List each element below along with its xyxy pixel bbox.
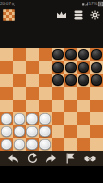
black-piece-g6[interactable]	[78, 74, 89, 85]
square-a3[interactable]	[0, 112, 13, 125]
square-b1[interactable]	[13, 138, 26, 151]
black-piece-e6[interactable]	[52, 74, 63, 85]
square-c3[interactable]	[26, 112, 39, 125]
white-piece-a2[interactable]	[1, 126, 12, 137]
signal-icon	[85, 2, 88, 5]
square-f7[interactable]	[64, 61, 77, 74]
white-piece-a1[interactable]	[1, 139, 12, 150]
square-f6[interactable]	[64, 74, 77, 87]
black-piece-h6[interactable]	[91, 74, 102, 85]
pieces-stack-icon	[74, 10, 83, 20]
square-e4[interactable]	[52, 100, 65, 113]
silent-icon	[82, 2, 84, 4]
square-g5[interactable]	[77, 87, 90, 100]
restart-icon	[27, 153, 38, 164]
square-d2[interactable]	[39, 125, 52, 138]
square-a5[interactable]	[0, 87, 13, 100]
app-board-icon	[3, 9, 15, 21]
square-a6[interactable]	[0, 74, 13, 87]
crown-icon	[56, 10, 67, 19]
square-a8[interactable]	[0, 48, 13, 61]
draw-handshake-icon	[84, 155, 96, 163]
square-f8[interactable]	[64, 48, 77, 61]
black-piece-g7[interactable]	[78, 62, 89, 73]
square-b4[interactable]	[13, 100, 26, 113]
undo-icon	[7, 154, 19, 164]
square-a2[interactable]	[0, 125, 13, 138]
square-c8[interactable]	[26, 48, 39, 61]
app-bar	[0, 7, 103, 22]
square-d8[interactable]	[39, 48, 52, 61]
square-c7[interactable]	[26, 61, 39, 74]
white-piece-c2[interactable]	[26, 126, 37, 137]
square-h6[interactable]	[90, 74, 103, 87]
square-c4[interactable]	[26, 100, 39, 113]
square-b7[interactable]	[13, 61, 26, 74]
square-g4[interactable]	[77, 100, 90, 113]
black-piece-f8[interactable]	[65, 49, 76, 60]
square-g1[interactable]	[77, 138, 90, 151]
square-h5[interactable]	[90, 87, 103, 100]
square-e8[interactable]	[52, 48, 65, 61]
square-e7[interactable]	[52, 61, 65, 74]
square-c5[interactable]	[26, 87, 39, 100]
white-piece-b3[interactable]	[14, 113, 25, 124]
square-b3[interactable]	[13, 112, 26, 125]
resign-flag-icon	[66, 153, 75, 164]
restart-button[interactable]	[25, 152, 39, 165]
square-h2[interactable]	[90, 125, 103, 138]
square-f1[interactable]	[64, 138, 77, 151]
white-piece-a3[interactable]	[1, 113, 12, 124]
square-e3[interactable]	[52, 112, 65, 125]
square-g2[interactable]	[77, 125, 90, 138]
black-piece-h8[interactable]	[91, 49, 102, 60]
white-piece-c3[interactable]	[26, 113, 37, 124]
app-screen: 20:07 57%	[0, 0, 103, 183]
undo-button[interactable]	[6, 152, 20, 165]
square-g3[interactable]	[77, 112, 90, 125]
square-b2[interactable]	[13, 125, 26, 138]
square-e5[interactable]	[52, 87, 65, 100]
settings-gear-icon	[90, 10, 100, 20]
black-piece-f6[interactable]	[65, 74, 76, 85]
board-top-margin	[0, 22, 103, 48]
crown-button[interactable]	[56, 10, 67, 19]
black-piece-g8[interactable]	[78, 49, 89, 60]
square-f3[interactable]	[64, 112, 77, 125]
square-e6[interactable]	[52, 74, 65, 87]
white-piece-c1[interactable]	[26, 139, 37, 150]
square-h4[interactable]	[90, 100, 103, 113]
board	[0, 48, 103, 151]
resign-button[interactable]	[64, 152, 78, 165]
search-icon	[12, 2, 16, 6]
square-d4[interactable]	[39, 100, 52, 113]
square-c2[interactable]	[26, 125, 39, 138]
square-a1[interactable]	[0, 138, 13, 151]
clock-label: 20:07	[0, 1, 11, 5]
white-piece-b1[interactable]	[14, 139, 25, 150]
white-piece-d1[interactable]	[39, 139, 50, 150]
square-d3[interactable]	[39, 112, 52, 125]
square-g6[interactable]	[77, 74, 90, 87]
square-b5[interactable]	[13, 87, 26, 100]
black-piece-e8[interactable]	[52, 49, 63, 60]
square-e1[interactable]	[52, 138, 65, 151]
square-d6[interactable]	[39, 74, 52, 87]
square-c6[interactable]	[26, 74, 39, 87]
square-d5[interactable]	[39, 87, 52, 100]
pieces-stack-button[interactable]	[74, 10, 83, 20]
square-d7[interactable]	[39, 61, 52, 74]
square-h1[interactable]	[90, 138, 103, 151]
square-g7[interactable]	[77, 61, 90, 74]
draw-offer-button[interactable]	[83, 152, 97, 165]
square-a7[interactable]	[0, 61, 13, 74]
square-f4[interactable]	[64, 100, 77, 113]
square-g8[interactable]	[77, 48, 90, 61]
square-e2[interactable]	[52, 125, 65, 138]
black-piece-h7[interactable]	[91, 62, 102, 73]
redo-icon	[45, 154, 57, 164]
square-f2[interactable]	[64, 125, 77, 138]
white-piece-d3[interactable]	[39, 113, 50, 124]
square-h3[interactable]	[90, 112, 103, 125]
battery-percent-label: 57%	[89, 1, 98, 5]
square-a4[interactable]	[0, 100, 13, 113]
settings-button[interactable]	[90, 10, 100, 20]
square-f5[interactable]	[64, 87, 77, 100]
white-piece-b2[interactable]	[14, 126, 25, 137]
bottom-black-area	[0, 166, 103, 183]
redo-button[interactable]	[44, 152, 58, 165]
white-piece-d2[interactable]	[39, 126, 50, 137]
square-h7[interactable]	[90, 61, 103, 74]
black-piece-e7[interactable]	[52, 62, 63, 73]
square-d1[interactable]	[39, 138, 52, 151]
square-b8[interactable]	[13, 48, 26, 61]
square-b6[interactable]	[13, 74, 26, 87]
square-c1[interactable]	[26, 138, 39, 151]
black-piece-f7[interactable]	[65, 62, 76, 73]
square-h8[interactable]	[90, 48, 103, 61]
game-toolbar	[0, 151, 103, 166]
status-bar: 20:07 57%	[0, 0, 103, 7]
battery-icon	[98, 2, 103, 6]
